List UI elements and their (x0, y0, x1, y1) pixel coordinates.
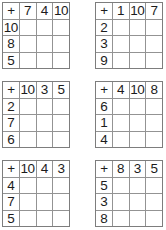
row-header: 5 (96, 178, 112, 194)
operator-cell-plus: + (3, 82, 19, 98)
answer-cell[interactable] (146, 115, 162, 131)
operator-cell-plus: + (96, 3, 112, 19)
answer-cell[interactable] (113, 53, 129, 69)
col-header: 3 (37, 82, 53, 98)
row-header: 5 (3, 53, 19, 69)
answer-cell[interactable] (113, 194, 129, 210)
row-header: 7 (3, 194, 19, 210)
row-header: 3 (96, 194, 112, 210)
col-header: 3 (53, 161, 69, 177)
answer-cell[interactable] (53, 115, 69, 131)
row-header: 10 (3, 20, 19, 36)
answer-cell[interactable] (130, 132, 146, 148)
col-header: 10 (53, 3, 69, 19)
answer-cell[interactable] (130, 115, 146, 131)
row-header: 4 (96, 132, 112, 148)
addition-table-3: +1035276 (2, 81, 70, 148)
answer-cell[interactable] (37, 194, 53, 210)
answer-cell[interactable] (113, 115, 129, 131)
answer-cell[interactable] (53, 211, 69, 227)
answer-cell[interactable] (113, 178, 129, 194)
operator-cell-plus: + (96, 161, 112, 177)
col-header: 7 (20, 3, 36, 19)
answer-cell[interactable] (20, 178, 36, 194)
answer-cell[interactable] (53, 36, 69, 52)
worksheet-page: +74101085+1107239+1035276+4108614+104347… (0, 0, 166, 230)
answer-cell[interactable] (113, 99, 129, 115)
answer-cell[interactable] (53, 132, 69, 148)
row-header: 9 (96, 53, 112, 69)
col-header: 5 (146, 161, 162, 177)
col-header: 8 (113, 161, 129, 177)
answer-cell[interactable] (20, 53, 36, 69)
answer-cell[interactable] (130, 211, 146, 227)
row-header: 6 (3, 132, 19, 148)
col-header: 10 (130, 82, 146, 98)
operator-cell-plus: + (3, 3, 19, 19)
answer-cell[interactable] (146, 36, 162, 52)
col-header: 5 (53, 82, 69, 98)
answer-cell[interactable] (20, 211, 36, 227)
answer-cell[interactable] (20, 36, 36, 52)
col-header: 4 (37, 3, 53, 19)
answer-cell[interactable] (20, 20, 36, 36)
answer-cell[interactable] (37, 36, 53, 52)
answer-cell[interactable] (146, 53, 162, 69)
answer-cell[interactable] (113, 20, 129, 36)
answer-cell[interactable] (37, 178, 53, 194)
answer-cell[interactable] (146, 211, 162, 227)
row-header: 2 (96, 20, 112, 36)
answer-cell[interactable] (146, 20, 162, 36)
answer-cell[interactable] (53, 178, 69, 194)
col-header: 7 (146, 3, 162, 19)
answer-cell[interactable] (146, 194, 162, 210)
col-header: 4 (37, 161, 53, 177)
row-header: 4 (3, 178, 19, 194)
answer-cell[interactable] (130, 20, 146, 36)
answer-cell[interactable] (53, 20, 69, 36)
row-header: 2 (3, 99, 19, 115)
answer-cell[interactable] (37, 132, 53, 148)
row-header: 8 (3, 36, 19, 52)
row-header: 7 (3, 115, 19, 131)
row-header: 8 (96, 211, 112, 227)
answer-cell[interactable] (20, 132, 36, 148)
answer-cell[interactable] (53, 53, 69, 69)
answer-cell[interactable] (130, 194, 146, 210)
col-header: 4 (113, 82, 129, 98)
answer-cell[interactable] (37, 99, 53, 115)
answer-cell[interactable] (53, 194, 69, 210)
addition-table-4: +4108614 (95, 81, 163, 148)
operator-cell-plus: + (3, 161, 19, 177)
row-header: 3 (96, 36, 112, 52)
addition-table-6: +835538 (95, 160, 163, 227)
col-header: 3 (130, 161, 146, 177)
answer-cell[interactable] (130, 99, 146, 115)
operator-cell-plus: + (96, 82, 112, 98)
answer-cell[interactable] (37, 211, 53, 227)
answer-cell[interactable] (20, 99, 36, 115)
answer-cell[interactable] (130, 178, 146, 194)
answer-cell[interactable] (146, 99, 162, 115)
answer-cell[interactable] (130, 36, 146, 52)
row-header: 6 (96, 99, 112, 115)
addition-table-1: +74101085 (2, 2, 70, 69)
answer-cell[interactable] (130, 53, 146, 69)
col-header: 10 (20, 161, 36, 177)
col-header: 1 (113, 3, 129, 19)
answer-cell[interactable] (37, 53, 53, 69)
addition-table-5: +1043475 (2, 160, 70, 227)
col-header: 10 (130, 3, 146, 19)
answer-cell[interactable] (146, 132, 162, 148)
answer-cell[interactable] (20, 194, 36, 210)
col-header: 8 (146, 82, 162, 98)
row-header: 1 (96, 115, 112, 131)
answer-cell[interactable] (113, 211, 129, 227)
answer-cell[interactable] (53, 99, 69, 115)
answer-cell[interactable] (20, 115, 36, 131)
answer-cell[interactable] (37, 20, 53, 36)
answer-cell[interactable] (37, 115, 53, 131)
addition-table-2: +1107239 (95, 2, 163, 69)
col-header: 10 (20, 82, 36, 98)
answer-cell[interactable] (113, 132, 129, 148)
answer-cell[interactable] (146, 178, 162, 194)
row-header: 5 (3, 211, 19, 227)
answer-cell[interactable] (113, 36, 129, 52)
